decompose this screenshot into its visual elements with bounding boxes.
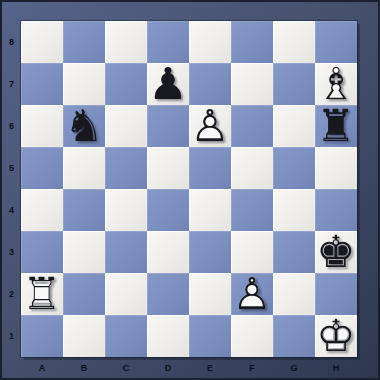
rank-label-8: 8 xyxy=(2,21,21,63)
square-h8[interactable] xyxy=(315,21,357,63)
rank-label-1: 1 xyxy=(2,315,21,357)
square-e7[interactable] xyxy=(189,63,231,105)
square-f1[interactable] xyxy=(231,315,273,357)
file-label-a: A xyxy=(21,357,63,378)
square-e4[interactable] xyxy=(189,189,231,231)
square-b5[interactable] xyxy=(63,147,105,189)
black-king-icon: ♚ xyxy=(315,231,357,273)
black-rook-icon: ♜ xyxy=(315,105,357,147)
square-g3[interactable] xyxy=(273,231,315,273)
file-label-b: B xyxy=(63,357,105,378)
square-c3[interactable] xyxy=(105,231,147,273)
square-b1[interactable] xyxy=(63,315,105,357)
square-b7[interactable] xyxy=(63,63,105,105)
rank-labels: 87654321 xyxy=(2,21,21,357)
white-pawn-outline: ♙ xyxy=(189,105,231,147)
square-e5[interactable] xyxy=(189,147,231,189)
white-pawn-outline: ♙ xyxy=(231,273,273,315)
black-knight-icon: ♞ xyxy=(63,105,105,147)
square-b3[interactable] xyxy=(63,231,105,273)
file-label-h: H xyxy=(315,357,357,378)
square-a1[interactable] xyxy=(21,315,63,357)
chess-board: ♟♝♗♞♟♙♜♚♜♖♟♙♚♔ xyxy=(21,21,357,357)
square-a3[interactable] xyxy=(21,231,63,273)
square-h5[interactable] xyxy=(315,147,357,189)
square-e8[interactable] xyxy=(189,21,231,63)
black-king-fill: ♚ xyxy=(315,231,357,273)
white-bishop-outline: ♗ xyxy=(315,63,357,105)
file-label-c: C xyxy=(105,357,147,378)
square-f8[interactable] xyxy=(231,21,273,63)
white-bishop-icon: ♝♗ xyxy=(315,63,357,105)
square-g4[interactable] xyxy=(273,189,315,231)
black-pawn-fill: ♟ xyxy=(147,63,189,105)
white-bishop-fill: ♝ xyxy=(315,63,357,105)
square-c7[interactable] xyxy=(105,63,147,105)
white-rook-icon: ♜♖ xyxy=(21,273,63,315)
square-a6[interactable] xyxy=(21,105,63,147)
rank-label-6: 6 xyxy=(2,105,21,147)
square-b8[interactable] xyxy=(63,21,105,63)
square-c1[interactable] xyxy=(105,315,147,357)
file-label-f: F xyxy=(231,357,273,378)
black-knight-fill: ♞ xyxy=(63,105,105,147)
black-rook-fill: ♜ xyxy=(315,105,357,147)
square-g7[interactable] xyxy=(273,63,315,105)
rank-label-4: 4 xyxy=(2,189,21,231)
square-d2[interactable] xyxy=(147,273,189,315)
white-rook-outline: ♖ xyxy=(21,273,63,315)
file-label-g: G xyxy=(273,357,315,378)
white-rook-fill: ♜ xyxy=(21,273,63,315)
square-e2[interactable] xyxy=(189,273,231,315)
square-d7[interactable]: ♟ xyxy=(147,63,189,105)
square-e6[interactable]: ♟♙ xyxy=(189,105,231,147)
white-king-icon: ♚♔ xyxy=(315,315,357,357)
file-labels: ABCDEFGH xyxy=(21,357,357,378)
square-f4[interactable] xyxy=(231,189,273,231)
square-c8[interactable] xyxy=(105,21,147,63)
white-pawn-icon: ♟♙ xyxy=(231,273,273,315)
white-pawn-fill: ♟ xyxy=(189,105,231,147)
square-h1[interactable]: ♚♔ xyxy=(315,315,357,357)
square-g8[interactable] xyxy=(273,21,315,63)
black-pawn-icon: ♟ xyxy=(147,63,189,105)
square-h4[interactable] xyxy=(315,189,357,231)
square-e3[interactable] xyxy=(189,231,231,273)
square-f6[interactable] xyxy=(231,105,273,147)
square-a7[interactable] xyxy=(21,63,63,105)
square-c4[interactable] xyxy=(105,189,147,231)
rank-label-3: 3 xyxy=(2,231,21,273)
square-c6[interactable] xyxy=(105,105,147,147)
square-d3[interactable] xyxy=(147,231,189,273)
white-pawn-icon: ♟♙ xyxy=(189,105,231,147)
square-d4[interactable] xyxy=(147,189,189,231)
square-a4[interactable] xyxy=(21,189,63,231)
file-label-e: E xyxy=(189,357,231,378)
square-b6[interactable]: ♞ xyxy=(63,105,105,147)
white-pawn-fill: ♟ xyxy=(231,273,273,315)
chess-diagram: 87654321 ABCDEFGH ♟♝♗♞♟♙♜♚♜♖♟♙♚♔ xyxy=(0,0,380,380)
square-g6[interactable] xyxy=(273,105,315,147)
white-king-fill: ♚ xyxy=(315,315,357,357)
square-d6[interactable] xyxy=(147,105,189,147)
rank-label-7: 7 xyxy=(2,63,21,105)
rank-label-2: 2 xyxy=(2,273,21,315)
square-c2[interactable] xyxy=(105,273,147,315)
square-h7[interactable]: ♝♗ xyxy=(315,63,357,105)
square-a5[interactable] xyxy=(21,147,63,189)
white-king-outline: ♔ xyxy=(315,315,357,357)
square-d8[interactable] xyxy=(147,21,189,63)
square-d5[interactable] xyxy=(147,147,189,189)
square-g5[interactable] xyxy=(273,147,315,189)
square-b4[interactable] xyxy=(63,189,105,231)
square-g2[interactable] xyxy=(273,273,315,315)
file-label-d: D xyxy=(147,357,189,378)
square-f5[interactable] xyxy=(231,147,273,189)
square-h3[interactable]: ♚ xyxy=(315,231,357,273)
square-h6[interactable]: ♜ xyxy=(315,105,357,147)
square-f2[interactable]: ♟♙ xyxy=(231,273,273,315)
square-g1[interactable] xyxy=(273,315,315,357)
square-f7[interactable] xyxy=(231,63,273,105)
square-b2[interactable] xyxy=(63,273,105,315)
square-a8[interactable] xyxy=(21,21,63,63)
square-h2[interactable] xyxy=(315,273,357,315)
square-a2[interactable]: ♜♖ xyxy=(21,273,63,315)
square-d1[interactable] xyxy=(147,315,189,357)
square-f3[interactable] xyxy=(231,231,273,273)
square-e1[interactable] xyxy=(189,315,231,357)
square-c5[interactable] xyxy=(105,147,147,189)
rank-label-5: 5 xyxy=(2,147,21,189)
